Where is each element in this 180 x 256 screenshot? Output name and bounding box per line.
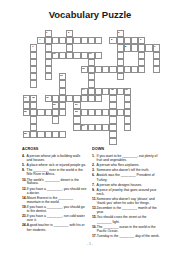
grid-cell[interactable] — [88, 80, 95, 87]
grid-cell[interactable] — [88, 124, 95, 131]
grid-cell[interactable] — [88, 37, 95, 44]
clue-item-text: Tuesday is the ________ day of the week. — [97, 234, 160, 238]
grid-cell[interactable] — [124, 37, 131, 44]
clue-item: 17.Tuesday is the ________ day of the we… — [92, 234, 160, 238]
clue-item-text: December is the ________ month of the ye… — [97, 206, 160, 214]
across-clue-list: 4.A person whose job is building walls a… — [22, 154, 87, 231]
grid-cell[interactable] — [145, 44, 152, 51]
grid-cell[interactable] — [117, 109, 124, 116]
clue-item-text: The world's ________ desert is the Sahar… — [27, 178, 87, 186]
grid-cell[interactable] — [117, 88, 124, 95]
grid-cell[interactable] — [95, 109, 102, 116]
clue-item-text: A person who designs houses. — [97, 183, 160, 187]
grid-cell[interactable] — [153, 66, 160, 73]
clue-item: 19.If you have a ________, you should go… — [22, 205, 87, 213]
grid-cell[interactable] — [30, 59, 37, 66]
clue-number: 7 — [32, 45, 33, 47]
crossword-grid: 1234567891011121314151617181920212223242… — [23, 30, 160, 146]
grid-cell[interactable]: 22 — [23, 109, 30, 116]
grid-cell[interactable] — [59, 102, 66, 109]
grid-cell[interactable] — [109, 116, 116, 123]
clue-item: 24.A good teacher is ________ with his o… — [22, 224, 87, 232]
grid-cell[interactable] — [73, 52, 80, 59]
grid-cell[interactable] — [30, 102, 37, 109]
grid-cell[interactable] — [30, 80, 37, 87]
grid-cell[interactable] — [59, 109, 66, 116]
grid-cell[interactable] — [124, 102, 131, 109]
grid-cell[interactable] — [30, 124, 37, 131]
clue-number: 19 — [46, 96, 49, 98]
clue-number: 18 — [32, 96, 35, 98]
clue-item-text: The ________ river in the world is the N… — [27, 168, 87, 176]
grid-cell[interactable] — [88, 66, 95, 73]
clue-item-text: If you have a ________, you should go to… — [27, 205, 87, 213]
grid-cell[interactable] — [117, 59, 124, 66]
grid-cell[interactable]: 18 — [30, 95, 37, 102]
grid-cell[interactable]: 6 — [138, 37, 145, 44]
grid-cell[interactable] — [45, 37, 52, 44]
grid-cell[interactable] — [81, 37, 88, 44]
grid-cell[interactable] — [138, 66, 145, 73]
grid-cell[interactable] — [124, 109, 131, 116]
grid-cell[interactable] — [131, 37, 138, 44]
grid-cell[interactable]: 5 — [109, 37, 116, 44]
grid-cell[interactable] — [45, 66, 52, 73]
grid-cell[interactable] — [109, 95, 116, 102]
grid-cell[interactable]: 2 — [66, 30, 73, 37]
grid-cell[interactable] — [45, 52, 52, 59]
grid-cell[interactable]: 8 — [124, 44, 131, 51]
page-number: - 1 - — [87, 242, 93, 246]
grid-cell[interactable] — [131, 44, 138, 51]
clue-item: 6.Atatürk was the ________ President of … — [92, 174, 160, 182]
clue-item: 2.A person who flies airplanes. — [92, 163, 160, 167]
grid-cell[interactable] — [153, 52, 160, 59]
clue-number: 17 — [24, 96, 27, 98]
clue-number: 8 — [125, 45, 126, 47]
grid-cell[interactable] — [95, 37, 102, 44]
grid-cell[interactable] — [52, 95, 59, 102]
clue-item: 1.If you want to be ________, eat plenty… — [92, 154, 160, 162]
clue-number: 12 — [82, 67, 85, 69]
grid-cell[interactable]: 3 — [117, 30, 124, 37]
grid-cell[interactable] — [81, 52, 88, 59]
grid-cell[interactable] — [73, 95, 80, 102]
down-clue-list: 1.If you want to be ________, eat plenty… — [92, 154, 160, 238]
clue-number: 22 — [24, 110, 27, 112]
clue-item-text: If you want to be ________, eat plenty o… — [97, 154, 160, 162]
grid-cell[interactable] — [95, 66, 102, 73]
clue-number: 2 — [68, 31, 69, 33]
grid-cell[interactable] — [52, 109, 59, 116]
clue-item: 16.The ________ ocean in the world is th… — [92, 225, 160, 233]
grid-cell[interactable] — [102, 88, 109, 95]
grid-cell[interactable] — [95, 52, 102, 59]
grid-cell[interactable] — [23, 102, 30, 109]
grid-cell[interactable] — [30, 73, 37, 80]
clue-number: 5 — [111, 38, 112, 40]
grid-cell[interactable] — [95, 124, 102, 131]
grid-cell[interactable]: 7 — [30, 44, 37, 51]
grid-cell[interactable] — [138, 59, 145, 66]
grid-cell[interactable]: 1 — [45, 30, 52, 37]
grid-cell[interactable] — [117, 44, 124, 51]
grid-cell[interactable] — [66, 95, 73, 102]
grid-cell[interactable] — [138, 44, 145, 51]
grid-cell[interactable] — [88, 59, 95, 66]
clue-number: 21 — [75, 103, 78, 105]
clue-item: 13.December is the ________ month of the… — [92, 206, 160, 214]
clue-item-text: Mount Everest is the ________ mountain i… — [27, 196, 87, 204]
clue-number: 9 — [154, 45, 155, 47]
grid-cell[interactable] — [66, 52, 73, 59]
grid-cell[interactable] — [59, 52, 66, 59]
grid-cell[interactable]: 23 — [73, 109, 80, 116]
grid-cell[interactable] — [131, 66, 138, 73]
grid-cell[interactable] — [117, 37, 124, 44]
grid-cell[interactable]: 15 — [109, 88, 116, 95]
grid-cell[interactable] — [45, 59, 52, 66]
clue-item: 9.A piece of jewelry that goes around yo… — [92, 188, 160, 196]
grid-cell[interactable] — [124, 116, 131, 123]
clue-item-text: You should cross the street at the _____… — [97, 216, 160, 224]
grid-cell[interactable] — [45, 73, 52, 80]
grid-cell[interactable] — [124, 124, 131, 131]
grid-cell[interactable] — [88, 109, 95, 116]
clue-number: 14 — [82, 88, 85, 90]
clue-number: 25 — [24, 132, 27, 134]
grid-cell[interactable] — [124, 66, 131, 73]
grid-cell[interactable]: 19 — [45, 95, 52, 102]
grid-cell[interactable]: 11 — [88, 52, 95, 59]
clue-item-text: If you have a ________, run cold water o… — [27, 214, 87, 222]
grid-cell[interactable] — [52, 131, 59, 138]
grid-cell[interactable]: 14 — [81, 88, 88, 95]
grid-cell[interactable]: 4 — [37, 37, 44, 44]
clue-item: 12.If you have a ________, you should se… — [22, 187, 87, 195]
grid-cell[interactable] — [117, 66, 124, 73]
grid-cell[interactable] — [66, 44, 73, 51]
clue-item-text: The ________ ocean in the world is the P… — [97, 225, 160, 233]
clue-item: 3.Someone who doesn't tell the truth. — [92, 168, 160, 172]
grid-cell[interactable] — [88, 73, 95, 80]
clue-item: 23.If you have a ________, run cold wate… — [22, 214, 87, 222]
grid-cell[interactable] — [59, 95, 66, 102]
clue-number: 4 — [39, 38, 40, 40]
grid-cell[interactable]: 16 — [124, 88, 131, 95]
grid-cell[interactable] — [109, 138, 116, 145]
grid-cell[interactable] — [102, 124, 109, 131]
down-header: DOWN — [92, 147, 160, 151]
clue-item: 11.Someone who doesn't say 'please' and … — [92, 197, 160, 205]
clue-item-text: If you have a ________, you should see a… — [27, 187, 87, 195]
clue-item-text: Someone who doesn't tell the truth. — [97, 168, 160, 172]
grid-cell[interactable] — [117, 73, 124, 80]
page-title: Vocabulary Puzzle — [0, 9, 180, 20]
grid-cell[interactable] — [88, 88, 95, 95]
clue-item-text: A place where sick or injured people go. — [27, 163, 87, 167]
grid-cell[interactable] — [153, 59, 160, 66]
grid-cell[interactable] — [73, 116, 80, 123]
grid-cell[interactable] — [88, 95, 95, 102]
grid-cell[interactable] — [30, 66, 37, 73]
clue-item: 10.The world's ________ desert is the Sa… — [22, 178, 87, 186]
grid-cell[interactable] — [73, 124, 80, 131]
grid-cell[interactable] — [37, 131, 44, 138]
grid-cell[interactable] — [138, 52, 145, 59]
grid-cell[interactable] — [109, 131, 116, 138]
across-clues-column: ACROSS 4.A person whose job is building … — [22, 147, 88, 256]
grid-cell[interactable] — [52, 37, 59, 44]
grid-cell[interactable] — [30, 131, 37, 138]
grid-cell[interactable]: 13 — [59, 73, 66, 80]
grid-cell[interactable]: 20 — [52, 102, 59, 109]
grid-cell[interactable]: 17 — [23, 95, 30, 102]
grid-cell[interactable] — [109, 102, 116, 109]
clue-number: 3 — [118, 31, 119, 33]
grid-cell[interactable] — [30, 52, 37, 59]
grid-cell[interactable] — [37, 109, 44, 116]
grid-cell[interactable] — [117, 52, 124, 59]
clue-number: 11 — [89, 52, 92, 54]
down-clues-column: DOWN 1.If you want to be ________, eat p… — [92, 147, 160, 256]
grid-cell[interactable] — [66, 37, 73, 44]
clue-number: 6 — [140, 38, 141, 40]
grid-cell[interactable] — [81, 95, 88, 102]
grid-cell[interactable]: 10 — [52, 52, 59, 59]
across-header: ACROSS — [22, 147, 87, 151]
clue-item: 5.A place where sick or injured people g… — [22, 163, 87, 167]
clue-number: 23 — [75, 110, 78, 112]
clue-item: 8.The ________ river in the world is the… — [22, 168, 87, 176]
clue-item: 15.You should cross the street at the __… — [92, 216, 160, 224]
grid-cell[interactable] — [109, 124, 116, 131]
grid-cell[interactable] — [30, 116, 37, 123]
clue-item-text: A person who flies airplanes. — [97, 163, 160, 167]
grid-cell[interactable] — [52, 116, 59, 123]
clue-item-text: Someone who doesn't say 'please' and 'th… — [97, 197, 160, 205]
grid-cell[interactable] — [124, 95, 131, 102]
grid-cell[interactable] — [73, 37, 80, 44]
clue-number: 15 — [111, 88, 114, 90]
clue-item-text: A good teacher is ________ with his or h… — [27, 224, 87, 232]
clue-item: 7.A person who designs houses. — [92, 183, 160, 187]
grid-cell[interactable] — [30, 109, 37, 116]
grid-cell[interactable] — [102, 66, 109, 73]
grid-cell[interactable] — [59, 37, 66, 44]
grid-cell[interactable] — [102, 109, 109, 116]
grid-cell[interactable]: 24 — [81, 124, 88, 131]
clue-number: 1 — [46, 31, 47, 33]
grid-cell[interactable]: 9 — [153, 44, 160, 51]
grid-cell[interactable]: 21 — [73, 102, 80, 109]
grid-cell[interactable] — [109, 109, 116, 116]
clue-item: 14.Mount Everest is the ________ mountai… — [22, 196, 87, 204]
clue-number: 13 — [60, 74, 63, 76]
clue-item: 4.A person whose job is building walls a… — [22, 154, 87, 162]
grid-cell[interactable] — [59, 88, 66, 95]
clue-number: 24 — [82, 124, 85, 126]
grid-cell[interactable] — [45, 131, 52, 138]
grid-cell[interactable] — [59, 131, 66, 138]
clue-item-text: A piece of jewelry that goes around your… — [97, 188, 160, 196]
clue-number: 10 — [53, 52, 56, 54]
grid-cell[interactable] — [59, 80, 66, 87]
grid-cell[interactable]: 12 — [81, 66, 88, 73]
grid-cell[interactable] — [45, 109, 52, 116]
grid-cell[interactable] — [81, 109, 88, 116]
grid-cell[interactable] — [109, 66, 116, 73]
clue-item-text: A person whose job is building walls and… — [27, 154, 87, 162]
clue-number: 20 — [53, 103, 56, 105]
grid-cell[interactable] — [45, 44, 52, 51]
grid-cell[interactable]: 25 — [23, 131, 30, 138]
grid-cell[interactable] — [95, 88, 102, 95]
clue-item-text: Atatürk was the ________ President of Tu… — [97, 174, 160, 182]
clue-number: 16 — [125, 88, 128, 90]
grid-cell[interactable] — [95, 95, 102, 102]
